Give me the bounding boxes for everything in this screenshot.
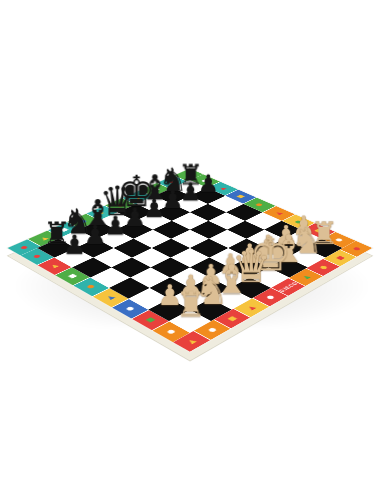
- square-g4: [227, 221, 264, 239]
- track-tile-illustration: ●: [78, 219, 88, 224]
- product-photo: ●▲■●★●▲■●★ ▲●■▲●DJECO▲●■● ●▲■●▲●■● ●▲■●▲…: [0, 0, 381, 492]
- track-tile-illustration: ●: [351, 246, 362, 251]
- square-e6: [153, 221, 190, 239]
- track-tile-illustration: ●: [206, 327, 218, 334]
- piece-wood-pawn-e2: ♟: [225, 214, 272, 267]
- piece-wood-queen-d1: ♛: [226, 233, 275, 288]
- piece-wood-pawn-d2: ♟: [206, 223, 254, 277]
- track-tile-illustration: ▲: [105, 295, 116, 301]
- track-tile-illustration: ●: [334, 237, 345, 242]
- square-f4: [209, 230, 247, 248]
- square-g3: [246, 230, 284, 248]
- track-tile-illustration: ▲: [133, 195, 142, 199]
- brand-label: DJECO: [278, 281, 299, 292]
- track-tile-illustration: ■: [59, 227, 70, 232]
- track-tile-illustration: ●: [255, 203, 265, 208]
- track-tile-illustration: ■: [236, 194, 246, 199]
- piece-wood-pawn-a2: ♟: [144, 253, 194, 310]
- square-e7: [135, 212, 172, 229]
- track-tile-illustration: ▲: [186, 338, 197, 344]
- track-tile-illustration: ■: [226, 315, 238, 322]
- piece-wood-king-e1: ♚: [246, 223, 294, 277]
- track-tile-illustration: ■: [313, 228, 324, 233]
- track-tile-illustration: ▲: [274, 211, 284, 215]
- track-tile-illustration: ▲: [246, 305, 257, 311]
- track-tile-illustration: ■: [144, 317, 156, 324]
- track-tile-illustration: ●: [86, 284, 97, 290]
- square-f5: [190, 221, 227, 239]
- track-tile-illustration: ★: [97, 211, 107, 216]
- square-f6: [172, 212, 209, 229]
- track-tile-illustration: ▲: [50, 264, 60, 269]
- pieces-layer: ♜♞♝♛♚♝♞♜♟♟♟♟♟♟♟♟♟♟♟♟♟♟♟♟♜♞♝♛♚♝♞♜: [37, 180, 342, 333]
- track-tile-illustration: ▲: [218, 187, 227, 191]
- board-anchor: ●▲■●★●▲■●★ ▲●■▲●DJECO▲●■● ●▲■●▲●■● ●▲■●▲…: [61, 119, 319, 377]
- square-f7: [154, 204, 190, 221]
- track-tile-illustration: ●: [293, 219, 303, 224]
- border-track-back-left: ●▲■●★●▲■●★: [8, 168, 204, 255]
- piece-wood-knight-b1: ♞: [186, 253, 236, 310]
- piece-wood-bishop-c1: ♝: [206, 243, 255, 299]
- track-tile-illustration: ●: [19, 245, 29, 250]
- track-tile-illustration: ★: [184, 173, 194, 177]
- square-d6: [134, 230, 172, 248]
- square-c7: [96, 230, 134, 248]
- piece-wood-pawn-b2: ♟: [165, 243, 214, 299]
- track-tile-illustration: ●: [124, 305, 136, 311]
- square-e5: [171, 230, 209, 248]
- track-tile-illustration: ●: [264, 294, 275, 300]
- photo-scene: ●▲■●★●▲■●★ ▲●■▲●DJECO▲●■● ●▲■●▲●■● ●▲■●▲…: [0, 0, 381, 492]
- track-tile-illustration: ●: [318, 265, 329, 271]
- track-tile-illustration: ●: [165, 328, 177, 335]
- square-g7: [172, 196, 208, 212]
- track-tile-illustration: ●: [115, 203, 125, 208]
- track-tile-illustration: ●: [167, 180, 177, 184]
- piece-wood-rook-a1: ♜: [165, 263, 216, 321]
- chess-board: ●▲■●★●▲■●★ ▲●■▲●DJECO▲●■● ●▲■●▲●■● ●▲■●▲…: [8, 168, 373, 351]
- track-tile-illustration: ■: [67, 273, 78, 279]
- square-g5: [208, 212, 245, 229]
- track-tile-illustration: ■: [150, 187, 160, 192]
- border-track-back-right: ●▲■●▲●■●: [190, 174, 356, 248]
- track-tile-illustration: ●: [32, 254, 43, 259]
- track-tile-illustration: ▲: [301, 274, 312, 279]
- track-tile-illustration: ●: [200, 179, 210, 183]
- track-tile-illustration: ▲: [39, 236, 49, 241]
- track-tile-illustration: ■: [334, 255, 345, 261]
- square-g6: [190, 204, 226, 221]
- square-d7: [116, 221, 153, 239]
- piece-wood-pawn-c2: ♟: [186, 233, 235, 288]
